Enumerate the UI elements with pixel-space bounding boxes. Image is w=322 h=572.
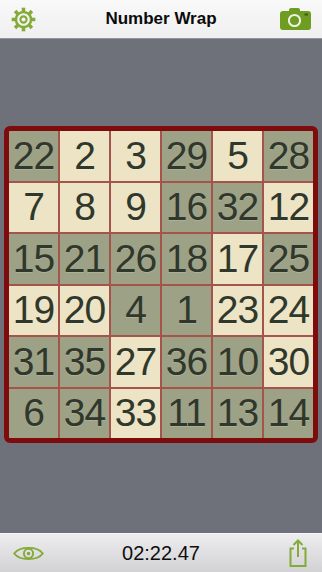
cell-r4c1[interactable]: 19 <box>9 286 58 336</box>
cell-r5c4[interactable]: 36 <box>162 337 211 387</box>
cell-r4c2[interactable]: 20 <box>60 286 109 336</box>
app-screen: Number Wrap 2223295287891632121521261817… <box>0 0 322 572</box>
settings-button[interactable] <box>10 6 37 33</box>
cell-r5c2[interactable]: 35 <box>60 337 109 387</box>
cell-r5c3[interactable]: 27 <box>111 337 160 387</box>
cell-r4c4[interactable]: 1 <box>162 286 211 336</box>
cell-r3c6[interactable]: 25 <box>264 234 313 284</box>
camera-icon <box>279 7 312 31</box>
cell-r3c2[interactable]: 21 <box>60 234 109 284</box>
bottom-toolbar: 02:22.47 <box>0 533 322 572</box>
cell-r2c3[interactable]: 9 <box>111 183 160 233</box>
cell-r6c3[interactable]: 33 <box>111 389 160 439</box>
peek-button[interactable] <box>12 543 45 564</box>
cell-r2c2[interactable]: 8 <box>60 183 109 233</box>
share-icon <box>286 538 310 568</box>
cell-r1c3[interactable]: 3 <box>111 131 160 181</box>
cell-r1c2[interactable]: 2 <box>60 131 109 181</box>
page-title: Number Wrap <box>0 9 322 29</box>
cell-r2c5[interactable]: 32 <box>213 183 262 233</box>
camera-button[interactable] <box>279 7 312 31</box>
cell-r1c4[interactable]: 29 <box>162 131 211 181</box>
cell-r4c5[interactable]: 23 <box>213 286 262 336</box>
cell-r3c5[interactable]: 17 <box>213 234 262 284</box>
cell-r6c4[interactable]: 11 <box>162 389 211 439</box>
cell-r2c1[interactable]: 7 <box>9 183 58 233</box>
cell-r3c4[interactable]: 18 <box>162 234 211 284</box>
cell-r4c6[interactable]: 24 <box>264 286 313 336</box>
cell-r1c6[interactable]: 28 <box>264 131 313 181</box>
cell-r3c3[interactable]: 26 <box>111 234 160 284</box>
timer: 02:22.47 <box>0 542 322 565</box>
gear-icon <box>10 6 37 33</box>
board: 2223295287891632121521261817251920412324… <box>4 126 318 443</box>
cell-r6c1[interactable]: 6 <box>9 389 58 439</box>
cell-r4c3[interactable]: 4 <box>111 286 160 336</box>
cell-r2c6[interactable]: 12 <box>264 183 313 233</box>
top-navbar: Number Wrap <box>0 0 322 39</box>
cell-r5c6[interactable]: 30 <box>264 337 313 387</box>
cell-r1c1[interactable]: 22 <box>9 131 58 181</box>
cell-r2c4[interactable]: 16 <box>162 183 211 233</box>
share-button[interactable] <box>286 538 310 568</box>
eye-icon <box>12 543 45 564</box>
cell-r1c5[interactable]: 5 <box>213 131 262 181</box>
cell-r6c5[interactable]: 13 <box>213 389 262 439</box>
cell-r5c1[interactable]: 31 <box>9 337 58 387</box>
cell-r5c5[interactable]: 10 <box>213 337 262 387</box>
cell-r6c2[interactable]: 34 <box>60 389 109 439</box>
cell-r3c1[interactable]: 15 <box>9 234 58 284</box>
cell-r6c6[interactable]: 14 <box>264 389 313 439</box>
